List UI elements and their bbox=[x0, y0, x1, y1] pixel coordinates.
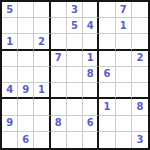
cell-r9c9: 3 bbox=[132, 132, 148, 148]
cell-r8c7[interactable] bbox=[99, 116, 115, 132]
cell-r9c4[interactable] bbox=[51, 132, 67, 148]
cell-r8c9[interactable] bbox=[132, 116, 148, 132]
cell-r3c9[interactable] bbox=[132, 34, 148, 50]
cell-r2c1[interactable] bbox=[2, 18, 18, 34]
cell-r4c7[interactable] bbox=[99, 51, 115, 67]
cell-r2c8: 1 bbox=[116, 18, 132, 34]
cell-r7c4[interactable] bbox=[51, 99, 67, 115]
cell-r6c4[interactable] bbox=[51, 83, 67, 99]
cell-r1c1: 5 bbox=[2, 2, 18, 18]
cell-r7c8[interactable] bbox=[116, 99, 132, 115]
cell-r6c8[interactable] bbox=[116, 83, 132, 99]
cell-r5c3[interactable] bbox=[34, 67, 50, 83]
cell-r9c2: 6 bbox=[18, 132, 34, 148]
cell-r6c6[interactable] bbox=[83, 83, 99, 99]
cell-r8c3[interactable] bbox=[34, 116, 50, 132]
cell-r8c5[interactable] bbox=[67, 116, 83, 132]
cell-r9c8[interactable] bbox=[116, 132, 132, 148]
cell-r1c6[interactable] bbox=[83, 2, 99, 18]
cell-r7c5[interactable] bbox=[67, 99, 83, 115]
cell-r2c3[interactable] bbox=[34, 18, 50, 34]
cell-r8c1: 9 bbox=[2, 116, 18, 132]
cell-r5c4[interactable] bbox=[51, 67, 67, 83]
cell-r3c2[interactable] bbox=[18, 34, 34, 50]
cell-r4c3[interactable] bbox=[34, 51, 50, 67]
cell-r2c2[interactable] bbox=[18, 18, 34, 34]
cell-r3c6[interactable] bbox=[83, 34, 99, 50]
cell-r4c8[interactable] bbox=[116, 51, 132, 67]
cell-r3c4[interactable] bbox=[51, 34, 67, 50]
cell-r5c7: 6 bbox=[99, 67, 115, 83]
cell-r3c3: 2 bbox=[34, 34, 50, 50]
cell-r6c3: 1 bbox=[34, 83, 50, 99]
cell-r7c3[interactable] bbox=[34, 99, 50, 115]
cell-r1c5: 3 bbox=[67, 2, 83, 18]
cell-r9c6[interactable] bbox=[83, 132, 99, 148]
cell-r9c5[interactable] bbox=[67, 132, 83, 148]
cell-r4c2[interactable] bbox=[18, 51, 34, 67]
cell-r7c7: 1 bbox=[99, 99, 115, 115]
cell-r6c2: 9 bbox=[18, 83, 34, 99]
cell-r7c1[interactable] bbox=[2, 99, 18, 115]
cell-r5c1[interactable] bbox=[2, 67, 18, 83]
cell-r8c4: 8 bbox=[51, 116, 67, 132]
cell-r3c5[interactable] bbox=[67, 34, 83, 50]
cell-r6c5[interactable] bbox=[67, 83, 83, 99]
cell-r5c6: 8 bbox=[83, 67, 99, 83]
cell-r8c8[interactable] bbox=[116, 116, 132, 132]
cell-r7c6[interactable] bbox=[83, 99, 99, 115]
cell-r4c6: 1 bbox=[83, 51, 99, 67]
cell-r8c6: 6 bbox=[83, 116, 99, 132]
cell-r9c3[interactable] bbox=[34, 132, 50, 148]
cell-r2c9[interactable] bbox=[132, 18, 148, 34]
cell-r2c5: 5 bbox=[67, 18, 83, 34]
cell-r4c9: 2 bbox=[132, 51, 148, 67]
cell-r3c7[interactable] bbox=[99, 34, 115, 50]
cell-r1c4[interactable] bbox=[51, 2, 67, 18]
cell-r8c2[interactable] bbox=[18, 116, 34, 132]
cell-r6c9[interactable] bbox=[132, 83, 148, 99]
cell-r2c7[interactable] bbox=[99, 18, 115, 34]
cell-r5c2[interactable] bbox=[18, 67, 34, 83]
cell-r2c4[interactable] bbox=[51, 18, 67, 34]
cell-r3c1: 1 bbox=[2, 34, 18, 50]
cell-r6c7[interactable] bbox=[99, 83, 115, 99]
cell-r5c5[interactable] bbox=[67, 67, 83, 83]
sudoku-board: 53754112712864911898663 bbox=[0, 0, 150, 150]
cell-r1c3[interactable] bbox=[34, 2, 50, 18]
cell-r1c8: 7 bbox=[116, 2, 132, 18]
cell-r7c2[interactable] bbox=[18, 99, 34, 115]
cell-r4c4: 7 bbox=[51, 51, 67, 67]
cell-r7c9: 8 bbox=[132, 99, 148, 115]
cell-r4c1[interactable] bbox=[2, 51, 18, 67]
cell-r4c5[interactable] bbox=[67, 51, 83, 67]
cell-r1c2[interactable] bbox=[18, 2, 34, 18]
cell-r1c9[interactable] bbox=[132, 2, 148, 18]
cell-r1c7[interactable] bbox=[99, 2, 115, 18]
cell-r6c1: 4 bbox=[2, 83, 18, 99]
cell-r3c8[interactable] bbox=[116, 34, 132, 50]
cell-r5c8[interactable] bbox=[116, 67, 132, 83]
cell-r9c1[interactable] bbox=[2, 132, 18, 148]
cell-r2c6: 4 bbox=[83, 18, 99, 34]
cell-r5c9[interactable] bbox=[132, 67, 148, 83]
cell-r9c7[interactable] bbox=[99, 132, 115, 148]
